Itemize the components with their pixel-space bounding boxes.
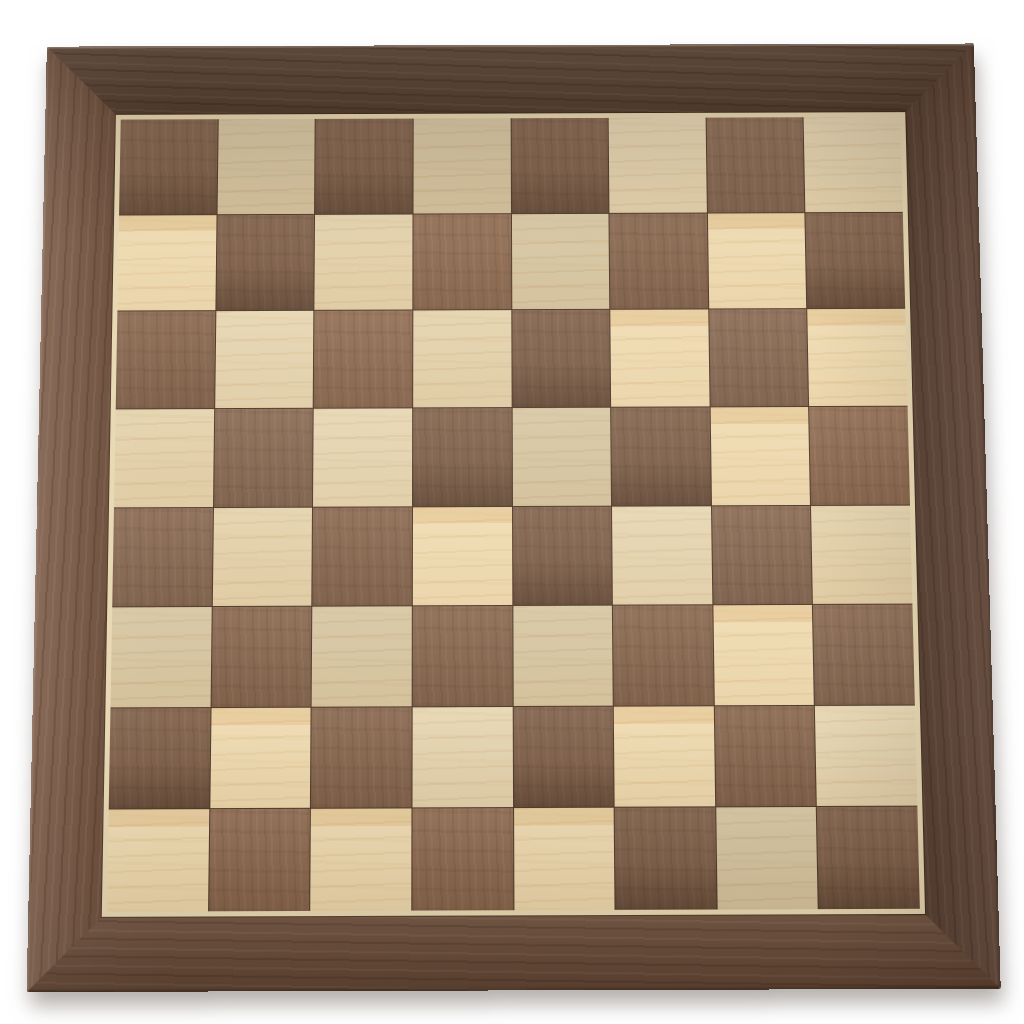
board-shadow <box>0 0 1024 1024</box>
square-g6 <box>709 309 808 406</box>
square-e5 <box>512 408 611 506</box>
square-b8 <box>217 119 315 214</box>
square-f2 <box>614 706 715 807</box>
square-c1 <box>310 809 411 911</box>
square-a2 <box>109 708 210 809</box>
square-b3 <box>211 607 311 707</box>
square-g8 <box>706 117 804 212</box>
square-a8 <box>119 119 217 214</box>
square-f7 <box>610 213 708 309</box>
square-b5 <box>214 409 313 507</box>
square-f1 <box>615 808 717 910</box>
square-b4 <box>212 507 312 606</box>
square-g1 <box>716 807 818 909</box>
board-frame <box>27 43 1001 992</box>
square-h8 <box>804 117 903 212</box>
square-f8 <box>609 118 707 213</box>
photo-background <box>0 0 1024 1024</box>
square-h1 <box>817 807 920 909</box>
square-b7 <box>216 214 314 310</box>
square-g2 <box>715 706 817 807</box>
square-b2 <box>210 707 311 808</box>
square-g7 <box>708 213 807 309</box>
frame-bottom-rail <box>27 914 1001 992</box>
square-d8 <box>413 118 510 213</box>
square-c4 <box>313 507 412 606</box>
square-d2 <box>412 707 512 808</box>
square-e3 <box>513 606 613 706</box>
square-d3 <box>413 606 513 706</box>
square-e1 <box>514 808 615 910</box>
inlay-border <box>102 112 925 917</box>
square-c7 <box>315 214 413 310</box>
square-c6 <box>314 311 412 408</box>
square-b1 <box>209 809 310 911</box>
chessboard <box>27 43 1001 992</box>
square-f6 <box>610 310 709 407</box>
square-h4 <box>811 505 912 604</box>
square-c8 <box>315 119 412 214</box>
square-f5 <box>611 407 710 505</box>
square-a4 <box>112 508 212 607</box>
square-d4 <box>413 506 512 605</box>
square-a1 <box>107 810 209 912</box>
square-e7 <box>511 213 609 309</box>
square-f4 <box>612 506 712 605</box>
square-c5 <box>313 408 412 506</box>
square-g5 <box>710 407 810 505</box>
square-f3 <box>613 605 714 705</box>
square-e2 <box>513 706 614 807</box>
square-c2 <box>311 707 411 808</box>
square-b6 <box>215 311 314 408</box>
square-g4 <box>712 505 813 604</box>
square-e8 <box>511 118 608 213</box>
square-g3 <box>713 605 814 705</box>
square-h2 <box>815 705 917 806</box>
square-d1 <box>412 808 513 910</box>
square-d5 <box>413 408 512 506</box>
square-e4 <box>513 506 612 605</box>
square-h7 <box>806 212 905 308</box>
frame-top-rail <box>45 43 975 115</box>
square-a7 <box>117 215 216 311</box>
square-a6 <box>116 311 215 408</box>
square-e6 <box>512 310 610 407</box>
square-a3 <box>110 607 211 707</box>
square-h6 <box>808 309 908 406</box>
square-c3 <box>312 606 412 706</box>
square-a5 <box>114 409 214 507</box>
square-h3 <box>813 605 915 705</box>
board-grid <box>107 117 920 912</box>
square-h5 <box>809 407 909 505</box>
square-d6 <box>413 310 511 407</box>
square-d7 <box>413 214 511 310</box>
